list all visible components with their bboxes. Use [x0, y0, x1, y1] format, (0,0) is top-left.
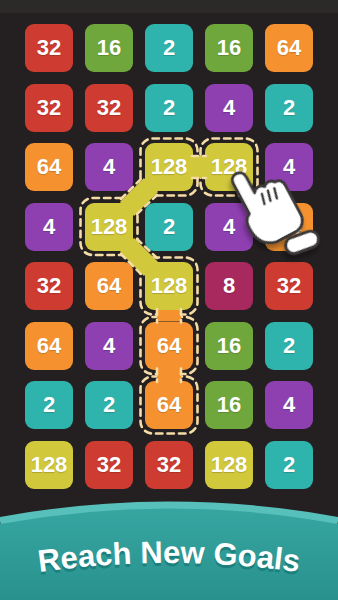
tile-value: 128	[211, 452, 248, 478]
tile-value: 2	[43, 392, 55, 418]
goals-banner: Reach New Goals Reach New Goals	[0, 480, 338, 600]
tile-r4c5[interactable]: 64	[265, 203, 313, 251]
tile-value: 64	[157, 392, 181, 418]
tile-value: 128	[91, 214, 128, 240]
tile-r7c2[interactable]: 2	[85, 381, 133, 429]
tile-value: 2	[283, 333, 295, 359]
tile-value: 32	[37, 273, 61, 299]
tile-value: 16	[217, 392, 241, 418]
tile-value: 4	[103, 333, 115, 359]
tile-r7c1[interactable]: 2	[25, 381, 73, 429]
tile-r3c2[interactable]: 4	[85, 143, 133, 191]
tile-value: 2	[163, 35, 175, 61]
tile-r4c2[interactable]: 128	[85, 203, 133, 251]
tile-r1c4[interactable]: 16	[205, 24, 253, 72]
tile-r3c5[interactable]: 4	[265, 143, 313, 191]
tile-value: 64	[277, 35, 301, 61]
tile-value: 128	[211, 154, 248, 180]
tile-r4c3[interactable]: 2	[145, 203, 193, 251]
tile-value: 2	[283, 452, 295, 478]
tile-value: 64	[157, 333, 181, 359]
tile-r1c5[interactable]: 64	[265, 24, 313, 72]
tile-value: 64	[277, 214, 301, 240]
tile-r2c4[interactable]: 4	[205, 84, 253, 132]
tile-r7c3[interactable]: 64	[145, 381, 193, 429]
tile-r4c1[interactable]: 4	[25, 203, 73, 251]
tile-r5c3[interactable]: 128	[145, 262, 193, 310]
tile-r5c4[interactable]: 8	[205, 262, 253, 310]
tile-value: 16	[217, 35, 241, 61]
tile-r6c1[interactable]: 64	[25, 322, 73, 370]
tile-value: 64	[37, 154, 61, 180]
tile-r6c5[interactable]: 2	[265, 322, 313, 370]
tile-r1c2[interactable]: 16	[85, 24, 133, 72]
top-strip	[0, 0, 338, 13]
tile-value: 32	[157, 452, 181, 478]
tile-value: 4	[103, 154, 115, 180]
tile-value: 32	[277, 273, 301, 299]
tile-value: 32	[97, 452, 121, 478]
tile-value: 2	[283, 95, 295, 121]
tile-r5c5[interactable]: 32	[265, 262, 313, 310]
tile-r2c5[interactable]: 2	[265, 84, 313, 132]
tile-r6c2[interactable]: 4	[85, 322, 133, 370]
tile-r1c1[interactable]: 32	[25, 24, 73, 72]
tile-value: 128	[151, 273, 188, 299]
tile-r3c4[interactable]: 128	[205, 143, 253, 191]
tile-r2c3[interactable]: 2	[145, 84, 193, 132]
tile-r2c1[interactable]: 32	[25, 84, 73, 132]
tile-r2c2[interactable]: 32	[85, 84, 133, 132]
tile-r7c4[interactable]: 16	[205, 381, 253, 429]
tile-grid: 3216216643232242644128128441282464326412…	[25, 24, 313, 489]
tile-value: 2	[163, 214, 175, 240]
tile-value: 2	[163, 95, 175, 121]
tile-value: 64	[97, 273, 121, 299]
tile-value: 4	[43, 214, 55, 240]
tile-value: 4	[223, 214, 235, 240]
tile-r3c3[interactable]: 128	[145, 143, 193, 191]
tile-value: 32	[37, 95, 61, 121]
tile-value: 16	[97, 35, 121, 61]
tile-value: 4	[283, 392, 295, 418]
tile-value: 128	[31, 452, 68, 478]
tile-value: 64	[37, 333, 61, 359]
tile-value: 4	[223, 95, 235, 121]
tile-value: 2	[103, 392, 115, 418]
tile-r6c3[interactable]: 64	[145, 322, 193, 370]
game-screen: 3216216643232242644128128441282464326412…	[0, 0, 338, 600]
tile-value: 32	[97, 95, 121, 121]
tile-r3c1[interactable]: 64	[25, 143, 73, 191]
tile-r1c3[interactable]: 2	[145, 24, 193, 72]
tile-r4c4[interactable]: 4	[205, 203, 253, 251]
tile-value: 8	[223, 273, 235, 299]
tile-value: 128	[151, 154, 188, 180]
tile-r7c5[interactable]: 4	[265, 381, 313, 429]
tile-r5c2[interactable]: 64	[85, 262, 133, 310]
tile-value: 16	[217, 333, 241, 359]
tile-r6c4[interactable]: 16	[205, 322, 253, 370]
tile-r5c1[interactable]: 32	[25, 262, 73, 310]
tile-value: 4	[283, 154, 295, 180]
tile-value: 32	[37, 35, 61, 61]
